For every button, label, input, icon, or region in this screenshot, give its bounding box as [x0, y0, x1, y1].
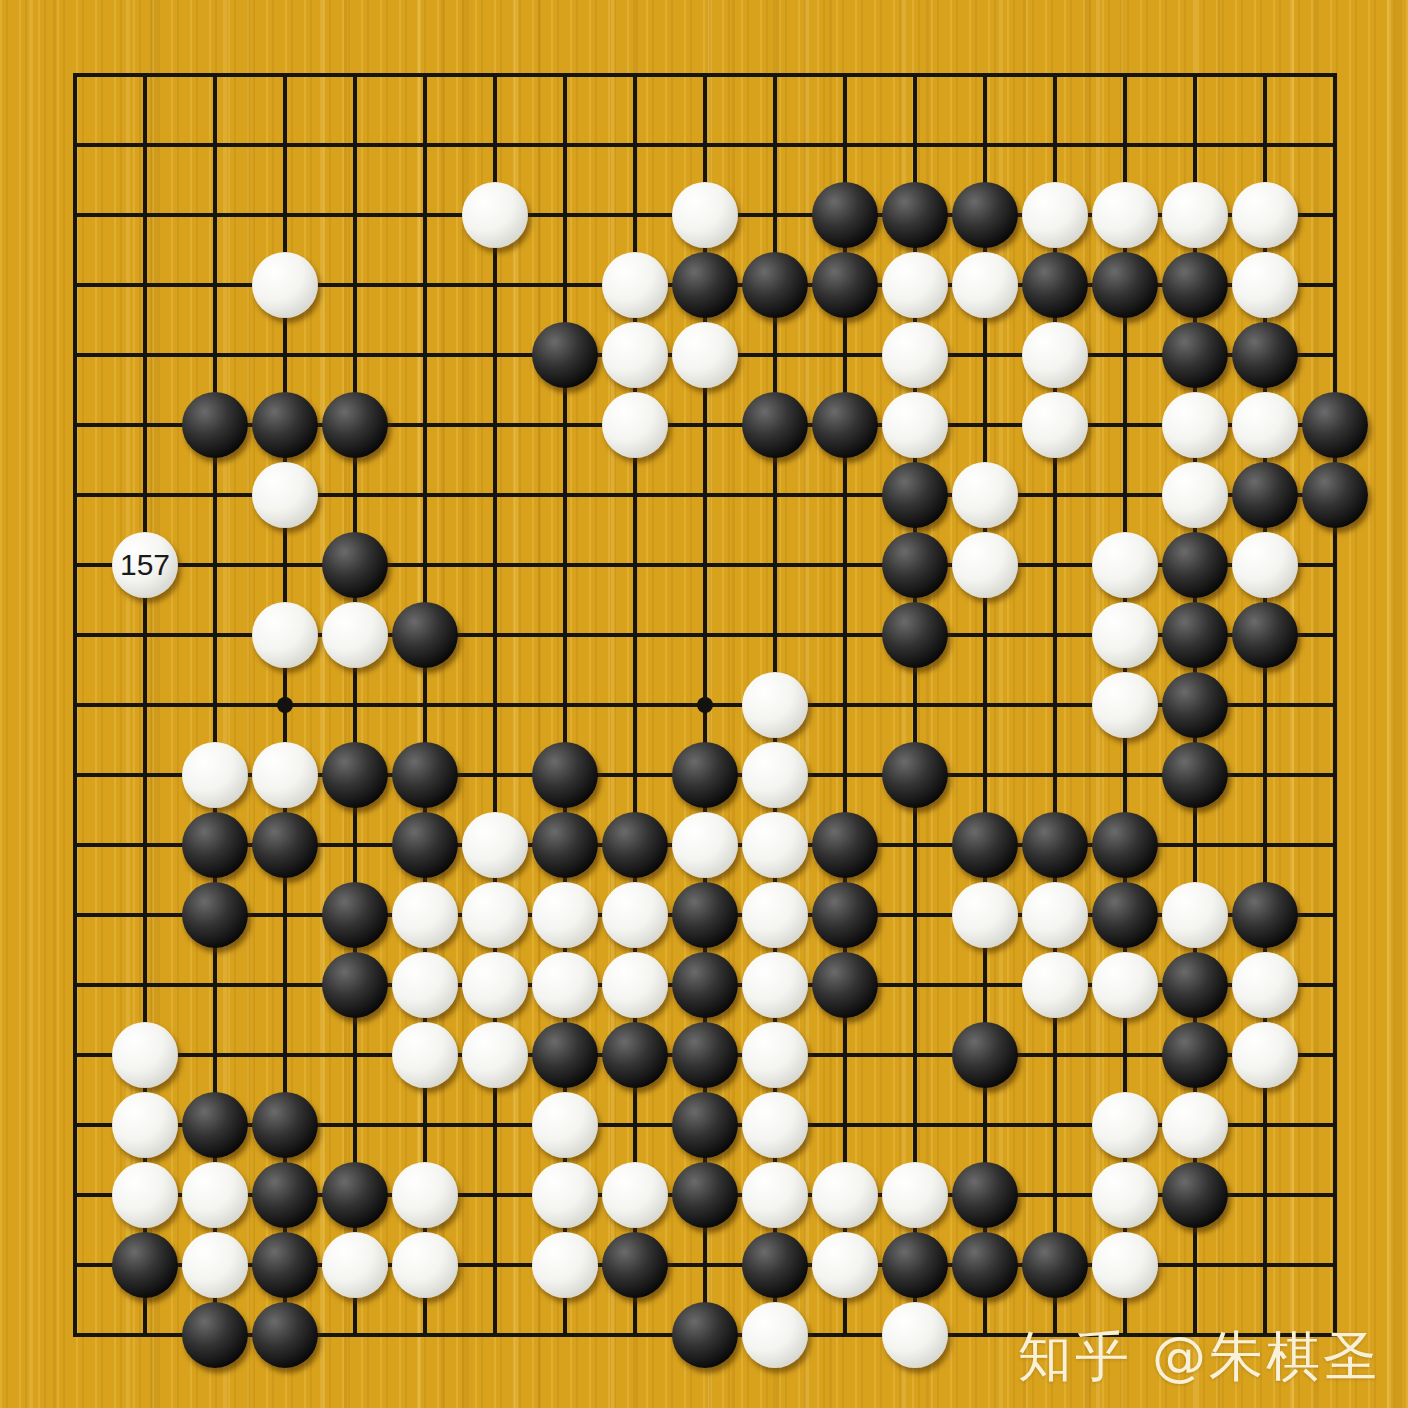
stone-white [1022, 182, 1088, 248]
stone-white [1232, 182, 1298, 248]
stone-white [462, 882, 528, 948]
stone-white [882, 1162, 948, 1228]
stone-white [882, 252, 948, 318]
stone-black [322, 1162, 388, 1228]
stone-black [742, 392, 808, 458]
stone-white [182, 1232, 248, 1298]
stone-white [952, 532, 1018, 598]
stone-white [742, 882, 808, 948]
stone-white [1022, 392, 1088, 458]
stone-white [182, 1162, 248, 1228]
stone-black [252, 392, 318, 458]
stone-black [1232, 602, 1298, 668]
stone-black [952, 812, 1018, 878]
stone-black [672, 1302, 738, 1368]
stone-black [252, 1162, 318, 1228]
stone-black [672, 742, 738, 808]
stone-white [1162, 392, 1228, 458]
stone-white [1022, 322, 1088, 388]
stone-white [1092, 182, 1158, 248]
stone-white [602, 252, 668, 318]
stone-black [812, 812, 878, 878]
stone-black [602, 1022, 668, 1088]
stone-black [952, 182, 1018, 248]
stone-white [602, 392, 668, 458]
stone-white [252, 252, 318, 318]
stone-black [602, 812, 668, 878]
star-point [277, 697, 293, 713]
stone-white [602, 952, 668, 1018]
stone-black [322, 742, 388, 808]
stone-white [322, 602, 388, 668]
stone-white [1232, 392, 1298, 458]
stone-white [672, 812, 738, 878]
stone-black [252, 812, 318, 878]
stone-white [812, 1162, 878, 1228]
stone-black [252, 1092, 318, 1158]
stone-white [672, 182, 738, 248]
stone-black [1092, 252, 1158, 318]
stone-black [182, 812, 248, 878]
stone-black [742, 252, 808, 318]
stone-white [1162, 1092, 1228, 1158]
stone-black [1302, 392, 1368, 458]
stone-white [392, 1022, 458, 1088]
stone-black [812, 252, 878, 318]
stone-black [1232, 882, 1298, 948]
stone-white [392, 1232, 458, 1298]
stone-white [252, 602, 318, 668]
stone-black [1232, 462, 1298, 528]
stone-black [182, 1092, 248, 1158]
stone-black [882, 742, 948, 808]
stone-white [1022, 882, 1088, 948]
stone-white [532, 882, 598, 948]
stone-black [672, 952, 738, 1018]
stone-black [952, 1232, 1018, 1298]
stone-black [812, 882, 878, 948]
stone-black [882, 532, 948, 598]
stone-white [532, 1162, 598, 1228]
stone-black [1162, 1022, 1228, 1088]
stone-black [1092, 882, 1158, 948]
stone-black [1162, 952, 1228, 1018]
stone-black [672, 1022, 738, 1088]
stone-black [392, 602, 458, 668]
stone-white [742, 1162, 808, 1228]
stone-white [532, 952, 598, 1018]
stone-black [1162, 1162, 1228, 1228]
stone-white [1092, 1092, 1158, 1158]
stone-black [672, 252, 738, 318]
watermark: 知乎 @朱棋圣 [1018, 1325, 1380, 1390]
stone-black [882, 1232, 948, 1298]
stone-white [742, 742, 808, 808]
stone-black [952, 1022, 1018, 1088]
stone-black [1162, 322, 1228, 388]
stone-black [182, 882, 248, 948]
stone-white [952, 462, 1018, 528]
stone-white [392, 952, 458, 1018]
stone-white [112, 1162, 178, 1228]
stone-white [602, 322, 668, 388]
stone-white [952, 252, 1018, 318]
stone-black [602, 1232, 668, 1298]
stone-black [882, 602, 948, 668]
stone-black [672, 1092, 738, 1158]
stone-black [532, 812, 598, 878]
stone-black [532, 742, 598, 808]
stone-white [1092, 532, 1158, 598]
stone-black [532, 1022, 598, 1088]
stone-white [462, 812, 528, 878]
stone-black [1232, 322, 1298, 388]
stone-white [1092, 672, 1158, 738]
go-board[interactable]: 157 知乎 @朱棋圣 [0, 0, 1408, 1408]
stone-white [1232, 1022, 1298, 1088]
stone-white [952, 882, 1018, 948]
stone-white [742, 812, 808, 878]
stone-white [672, 322, 738, 388]
stone-white [392, 882, 458, 948]
stone-black [882, 182, 948, 248]
stone-white-move-157: 157 [112, 532, 178, 598]
stone-white [1092, 1162, 1158, 1228]
stone-white [1232, 252, 1298, 318]
stone-black [952, 1162, 1018, 1228]
stone-black [1092, 812, 1158, 878]
star-point [697, 697, 713, 713]
stone-black [252, 1302, 318, 1368]
stone-black [672, 1162, 738, 1228]
stone-white [462, 1022, 528, 1088]
stone-white [1092, 952, 1158, 1018]
stone-white [532, 1092, 598, 1158]
stone-black [322, 952, 388, 1018]
stone-white [322, 1232, 388, 1298]
stone-white [742, 672, 808, 738]
stone-white [882, 322, 948, 388]
stone-white [252, 742, 318, 808]
stone-black [112, 1232, 178, 1298]
stone-white [1162, 182, 1228, 248]
stone-black [1162, 252, 1228, 318]
stone-white [112, 1092, 178, 1158]
stone-black [322, 532, 388, 598]
stone-white [182, 742, 248, 808]
stone-black [392, 812, 458, 878]
stone-white [812, 1232, 878, 1298]
stone-white [392, 1162, 458, 1228]
stone-black [252, 1232, 318, 1298]
stone-white [1232, 952, 1298, 1018]
stone-white [742, 1092, 808, 1158]
stone-black [812, 952, 878, 1018]
stone-black [322, 882, 388, 948]
stone-black [812, 392, 878, 458]
stone-black [672, 882, 738, 948]
stone-black [182, 1302, 248, 1368]
stone-black [1302, 462, 1368, 528]
stone-white [532, 1232, 598, 1298]
stone-white [742, 1022, 808, 1088]
stone-black [1022, 1232, 1088, 1298]
stone-white [462, 182, 528, 248]
stone-black [1162, 602, 1228, 668]
stone-white [742, 952, 808, 1018]
stone-black [882, 462, 948, 528]
stone-black [532, 322, 598, 388]
stone-white [742, 1302, 808, 1368]
stone-white [602, 1162, 668, 1228]
stone-black [742, 1232, 808, 1298]
stone-white [602, 882, 668, 948]
stone-white [462, 952, 528, 1018]
stone-white [1092, 1232, 1158, 1298]
stone-black [182, 392, 248, 458]
stone-white [1162, 882, 1228, 948]
move-number-label: 157 [120, 550, 170, 580]
stone-black [1022, 812, 1088, 878]
stone-black [812, 182, 878, 248]
stone-white [1092, 602, 1158, 668]
stone-black [392, 742, 458, 808]
stone-black [322, 392, 388, 458]
stone-black [1162, 742, 1228, 808]
stone-black [1022, 252, 1088, 318]
stone-white [1232, 532, 1298, 598]
stone-white [252, 462, 318, 528]
stone-white [112, 1022, 178, 1088]
stone-white [882, 392, 948, 458]
stone-white [1022, 952, 1088, 1018]
stone-black [1162, 672, 1228, 738]
stone-white [882, 1302, 948, 1368]
stone-white [1162, 462, 1228, 528]
stone-black [1162, 532, 1228, 598]
